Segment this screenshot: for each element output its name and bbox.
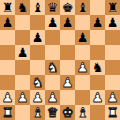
square-h2[interactable]: ♟	[105, 90, 120, 105]
square-e5[interactable]	[60, 45, 75, 60]
square-e1[interactable]: ♚	[60, 105, 75, 120]
square-c8[interactable]: ♝	[30, 0, 45, 15]
piece-black-queen[interactable]: ♛	[47, 0, 59, 15]
piece-black-knight[interactable]: ♞	[92, 60, 104, 75]
piece-black-pawn[interactable]: ♟	[77, 30, 89, 45]
square-f6[interactable]: ♟	[75, 30, 90, 45]
piece-black-pawn[interactable]: ♟	[32, 30, 44, 45]
square-c2[interactable]: ♟	[30, 90, 45, 105]
square-b7[interactable]	[15, 15, 30, 30]
square-d4[interactable]: ♞	[45, 60, 60, 75]
square-g3[interactable]	[90, 75, 105, 90]
piece-white-pawn[interactable]: ♟	[62, 75, 74, 90]
square-a4[interactable]	[0, 60, 15, 75]
square-a8[interactable]: ♜	[0, 0, 15, 15]
square-g8[interactable]	[90, 0, 105, 15]
piece-white-queen[interactable]: ♛	[47, 105, 59, 120]
piece-white-bishop[interactable]: ♝	[32, 105, 44, 120]
piece-black-pawn[interactable]: ♟	[62, 15, 74, 30]
square-d8[interactable]: ♛	[45, 0, 60, 15]
piece-white-king[interactable]: ♚	[62, 105, 74, 120]
square-h8[interactable]: ♜	[105, 0, 120, 15]
square-d5[interactable]	[45, 45, 60, 60]
square-f7[interactable]	[75, 15, 90, 30]
square-d1[interactable]: ♛	[45, 105, 60, 120]
square-a1[interactable]: ♜	[0, 105, 15, 120]
square-h6[interactable]	[105, 30, 120, 45]
square-e2[interactable]	[60, 90, 75, 105]
square-b8[interactable]: ♞	[15, 0, 30, 15]
square-c1[interactable]: ♝	[30, 105, 45, 120]
square-h4[interactable]	[105, 60, 120, 75]
piece-white-pawn[interactable]: ♟	[17, 90, 29, 105]
piece-black-bishop[interactable]: ♝	[32, 0, 44, 15]
piece-white-pawn[interactable]: ♟	[77, 60, 89, 75]
piece-white-rook[interactable]: ♜	[2, 105, 14, 120]
piece-white-bishop[interactable]: ♝	[77, 105, 89, 120]
square-f4[interactable]: ♟	[75, 60, 90, 75]
piece-black-pawn[interactable]: ♟	[2, 15, 14, 30]
piece-black-pawn[interactable]: ♟	[107, 15, 119, 30]
square-h7[interactable]: ♟	[105, 15, 120, 30]
square-g6[interactable]	[90, 30, 105, 45]
square-c5[interactable]	[30, 45, 45, 60]
square-b6[interactable]	[15, 30, 30, 45]
square-h3[interactable]	[105, 75, 120, 90]
square-c6[interactable]: ♟	[30, 30, 45, 45]
square-b1[interactable]	[15, 105, 30, 120]
piece-white-knight[interactable]: ♞	[47, 60, 59, 75]
square-e6[interactable]	[60, 30, 75, 45]
chess-board: ♜♞♝♛♚♝♜♟♟♟♟♟♟♟♟♞♟♞♞♟♟♟♟♟♟♟♜♝♛♚♝♜	[0, 0, 120, 120]
piece-black-pawn[interactable]: ♟	[47, 15, 59, 30]
square-g7[interactable]: ♟	[90, 15, 105, 30]
square-d6[interactable]	[45, 30, 60, 45]
square-b5[interactable]: ♟	[15, 45, 30, 60]
square-e8[interactable]: ♚	[60, 0, 75, 15]
square-b2[interactable]: ♟	[15, 90, 30, 105]
square-g1[interactable]	[90, 105, 105, 120]
square-c4[interactable]	[30, 60, 45, 75]
square-c7[interactable]	[30, 15, 45, 30]
piece-white-rook[interactable]: ♜	[107, 105, 119, 120]
square-h1[interactable]: ♜	[105, 105, 120, 120]
square-f3[interactable]	[75, 75, 90, 90]
square-d3[interactable]	[45, 75, 60, 90]
piece-black-pawn[interactable]: ♟	[17, 45, 29, 60]
square-f2[interactable]	[75, 90, 90, 105]
piece-black-pawn[interactable]: ♟	[92, 15, 104, 30]
square-e4[interactable]	[60, 60, 75, 75]
square-d7[interactable]: ♟	[45, 15, 60, 30]
piece-white-knight[interactable]: ♞	[32, 75, 44, 90]
piece-white-pawn[interactable]: ♟	[2, 90, 14, 105]
square-g5[interactable]	[90, 45, 105, 60]
piece-black-rook[interactable]: ♜	[2, 0, 14, 15]
piece-black-rook[interactable]: ♜	[107, 0, 119, 15]
square-f1[interactable]: ♝	[75, 105, 90, 120]
square-f5[interactable]	[75, 45, 90, 60]
square-a3[interactable]	[0, 75, 15, 90]
square-a2[interactable]: ♟	[0, 90, 15, 105]
piece-black-bishop[interactable]: ♝	[77, 0, 89, 15]
square-a6[interactable]	[0, 30, 15, 45]
piece-white-pawn[interactable]: ♟	[107, 90, 119, 105]
square-b3[interactable]	[15, 75, 30, 90]
piece-black-king[interactable]: ♚	[62, 0, 74, 15]
square-d2[interactable]: ♟	[45, 90, 60, 105]
square-a7[interactable]: ♟	[0, 15, 15, 30]
square-e3[interactable]: ♟	[60, 75, 75, 90]
piece-black-knight[interactable]: ♞	[17, 0, 29, 15]
square-g2[interactable]: ♟	[90, 90, 105, 105]
square-f8[interactable]: ♝	[75, 0, 90, 15]
square-h5[interactable]	[105, 45, 120, 60]
square-a5[interactable]	[0, 45, 15, 60]
square-c3[interactable]: ♞	[30, 75, 45, 90]
square-e7[interactable]: ♟	[60, 15, 75, 30]
piece-white-pawn[interactable]: ♟	[92, 90, 104, 105]
piece-white-pawn[interactable]: ♟	[47, 90, 59, 105]
square-g4[interactable]: ♞	[90, 60, 105, 75]
piece-white-pawn[interactable]: ♟	[32, 90, 44, 105]
square-b4[interactable]	[15, 60, 30, 75]
